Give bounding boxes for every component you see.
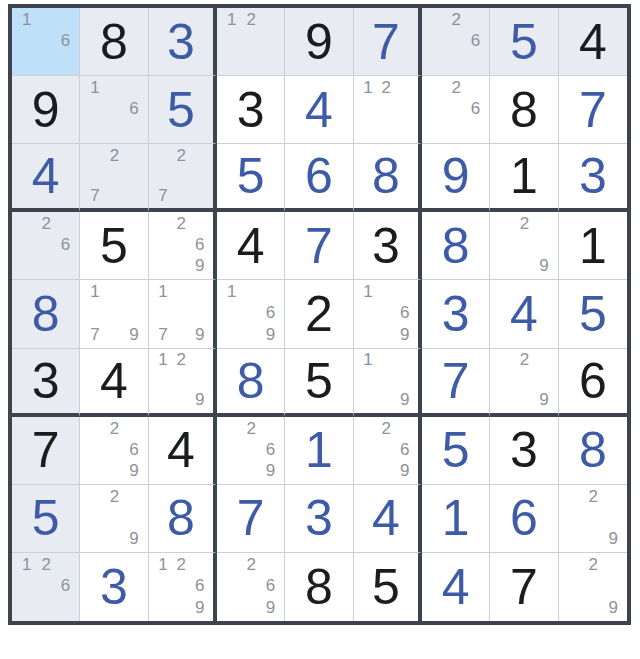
cell-r5c8[interactable]: 4 [490, 280, 558, 348]
cell-r8c6[interactable]: 4 [354, 485, 422, 553]
candidate-2: 2 [172, 145, 190, 165]
candidate-9: 9 [534, 255, 553, 276]
candidate-2: 2 [36, 554, 55, 575]
cell-r5c7[interactable]: 3 [422, 280, 490, 348]
candidate-6: 6 [396, 302, 414, 323]
cell-r5c9[interactable]: 5 [559, 280, 627, 348]
candidate-2: 2 [377, 418, 395, 439]
cell-r9c4[interactable]: 269 [217, 553, 285, 621]
candidate-1: 1 [359, 350, 377, 370]
cell-r3c8[interactable]: 1 [490, 144, 558, 212]
candidate-9: 9 [261, 597, 280, 618]
solved-digit: 8 [149, 485, 213, 552]
candidate-9: 9 [191, 390, 209, 410]
given-digit: 4 [559, 8, 627, 75]
given-digit: 4 [217, 212, 284, 279]
given-digit: 5 [354, 553, 418, 621]
cell-r4c8[interactable]: 29 [490, 212, 558, 280]
candidate-2: 2 [172, 554, 190, 575]
solved-digit: 4 [354, 485, 418, 552]
solved-digit: 8 [12, 280, 79, 347]
candidate-2: 2 [172, 213, 190, 234]
candidate-grid: 169 [359, 281, 414, 344]
solved-digit: 4 [12, 144, 79, 208]
cell-r4c2[interactable]: 5 [80, 212, 148, 280]
solved-digit: 8 [422, 212, 489, 279]
cell-r2c9[interactable]: 7 [559, 76, 627, 144]
cell-r8c1[interactable]: 5 [12, 485, 80, 553]
solved-digit: 1 [285, 417, 352, 484]
candidate-2: 2 [172, 350, 190, 370]
candidate-grid: 269 [359, 418, 414, 481]
solved-digit: 3 [80, 553, 147, 621]
cell-r6c7[interactable]: 7 [422, 349, 490, 417]
cell-r7c3[interactable]: 4 [149, 417, 217, 485]
candidate-1: 1 [359, 281, 377, 302]
candidate-6: 6 [396, 439, 414, 460]
solved-digit: 9 [422, 144, 489, 208]
candidate-2: 2 [583, 554, 603, 575]
cell-r9c6[interactable]: 5 [354, 553, 422, 621]
cell-r2c7[interactable]: 26 [422, 76, 490, 144]
candidate-grid: 126 [17, 554, 75, 618]
candidate-6: 6 [56, 234, 75, 255]
cell-r7c5[interactable]: 1 [285, 417, 353, 485]
candidate-1: 1 [154, 281, 172, 302]
solved-digit: 3 [559, 144, 627, 208]
cell-r2c6[interactable]: 12 [354, 76, 422, 144]
candidate-grid: 16 [17, 9, 75, 72]
cell-r4c1[interactable]: 26 [12, 212, 80, 280]
candidate-9: 9 [191, 597, 209, 618]
candidate-6: 6 [124, 439, 143, 460]
cell-r1c9[interactable]: 4 [559, 8, 627, 76]
candidate-2: 2 [515, 213, 534, 234]
candidate-7: 7 [154, 324, 172, 345]
candidate-6: 6 [261, 302, 280, 323]
solved-digit: 4 [422, 553, 489, 621]
candidate-2: 2 [583, 486, 603, 507]
candidate-grid: 269 [222, 418, 280, 481]
cell-r6c6[interactable]: 19 [354, 349, 422, 417]
cell-r6c2[interactable]: 4 [80, 349, 148, 417]
cell-r7c7[interactable]: 5 [422, 417, 490, 485]
cell-r6c8[interactable]: 29 [490, 349, 558, 417]
candidate-9: 9 [603, 597, 623, 618]
candidate-grid: 12 [359, 77, 414, 140]
candidate-1: 1 [17, 554, 36, 575]
cell-r6c4[interactable]: 8 [217, 349, 285, 417]
cell-r5c4[interactable]: 169 [217, 280, 285, 348]
cell-r4c9[interactable]: 1 [559, 212, 627, 280]
cell-r9c5[interactable]: 8 [285, 553, 353, 621]
candidate-grid: 29 [564, 486, 623, 549]
cell-r8c4[interactable]: 7 [217, 485, 285, 553]
candidate-grid: 19 [359, 350, 414, 410]
candidate-2: 2 [446, 9, 465, 30]
candidate-2: 2 [105, 145, 124, 165]
candidate-grid: 27 [85, 145, 143, 205]
solved-digit: 7 [422, 349, 489, 413]
cell-r1c1[interactable]: 16 [12, 8, 80, 76]
solved-digit: 8 [217, 349, 284, 413]
given-digit: 7 [12, 417, 79, 484]
candidate-grid: 16 [85, 77, 143, 140]
solved-digit: 7 [217, 485, 284, 552]
cell-r7c1[interactable]: 7 [12, 417, 80, 485]
candidate-1: 1 [85, 77, 104, 98]
candidate-2: 2 [446, 77, 465, 98]
given-digit: 1 [559, 212, 627, 279]
cell-r6c3[interactable]: 129 [149, 349, 217, 417]
candidate-1: 1 [359, 77, 377, 98]
cell-r4c3[interactable]: 269 [149, 212, 217, 280]
candidate-grid: 1269 [154, 554, 209, 618]
candidate-9: 9 [534, 390, 553, 410]
candidate-6: 6 [466, 98, 485, 119]
candidate-6: 6 [191, 234, 209, 255]
candidate-9: 9 [191, 255, 209, 276]
candidate-grid: 269 [154, 213, 209, 276]
candidate-grid: 27 [154, 145, 209, 205]
solved-digit: 5 [422, 417, 489, 484]
cell-r3c3[interactable]: 27 [149, 144, 217, 212]
candidate-grid: 169 [222, 281, 280, 344]
candidate-9: 9 [603, 528, 623, 549]
cell-r8c8[interactable]: 6 [490, 485, 558, 553]
given-digit: 3 [217, 76, 284, 143]
solved-digit: 8 [559, 417, 627, 484]
solved-digit: 1 [422, 485, 489, 552]
cell-r9c9[interactable]: 29 [559, 553, 627, 621]
cell-r2c1[interactable]: 9 [12, 76, 80, 144]
given-digit: 4 [149, 417, 213, 484]
given-digit: 8 [490, 76, 557, 143]
cell-r1c7[interactable]: 26 [422, 8, 490, 76]
cell-r5c3[interactable]: 179 [149, 280, 217, 348]
candidate-2: 2 [241, 418, 260, 439]
cell-r1c5[interactable]: 9 [285, 8, 353, 76]
given-digit: 8 [285, 553, 352, 621]
solved-digit: 7 [354, 8, 418, 75]
cell-r8c7[interactable]: 1 [422, 485, 490, 553]
candidate-grid: 29 [85, 486, 143, 549]
candidate-grid: 26 [427, 77, 485, 140]
candidate-9: 9 [396, 460, 414, 481]
given-digit: 3 [490, 417, 557, 484]
cell-r9c3[interactable]: 1269 [149, 553, 217, 621]
candidate-9: 9 [396, 390, 414, 410]
cell-r2c4[interactable]: 3 [217, 76, 285, 144]
cell-r7c9[interactable]: 8 [559, 417, 627, 485]
candidate-grid: 179 [85, 281, 143, 344]
candidate-9: 9 [261, 460, 280, 481]
given-digit: 5 [80, 212, 147, 279]
candidate-2: 2 [36, 213, 55, 234]
solved-digit: 3 [285, 485, 352, 552]
cell-r7c8[interactable]: 3 [490, 417, 558, 485]
cell-r6c5[interactable]: 5 [285, 349, 353, 417]
solved-digit: 7 [559, 76, 627, 143]
given-digit: 2 [285, 280, 352, 347]
cell-r5c5[interactable]: 2 [285, 280, 353, 348]
solved-digit: 6 [285, 144, 352, 208]
candidate-6: 6 [56, 30, 75, 51]
solved-digit: 5 [217, 144, 284, 208]
candidate-6: 6 [466, 30, 485, 51]
solved-digit: 4 [490, 280, 557, 347]
cell-r5c1[interactable]: 8 [12, 280, 80, 348]
candidate-1: 1 [154, 350, 172, 370]
candidate-1: 1 [222, 9, 241, 30]
cell-r4c4[interactable]: 4 [217, 212, 285, 280]
candidate-grid: 12 [222, 9, 280, 72]
cell-r2c2[interactable]: 16 [80, 76, 148, 144]
cell-r9c8[interactable]: 7 [490, 553, 558, 621]
cell-r4c7[interactable]: 8 [422, 212, 490, 280]
given-digit: 7 [490, 553, 557, 621]
candidate-2: 2 [105, 486, 124, 507]
given-digit: 8 [80, 8, 147, 75]
cell-r1c8[interactable]: 5 [490, 8, 558, 76]
candidate-grid: 29 [495, 350, 553, 410]
candidate-1: 1 [222, 281, 241, 302]
cell-r5c6[interactable]: 169 [354, 280, 422, 348]
cell-r8c9[interactable]: 29 [559, 485, 627, 553]
cell-r3c1[interactable]: 4 [12, 144, 80, 212]
cell-r3c4[interactable]: 5 [217, 144, 285, 212]
solved-digit: 8 [354, 144, 418, 208]
candidate-9: 9 [124, 528, 143, 549]
cell-r3c6[interactable]: 8 [354, 144, 422, 212]
cell-r9c7[interactable]: 4 [422, 553, 490, 621]
cell-r6c1[interactable]: 3 [12, 349, 80, 417]
solved-digit: 5 [490, 8, 557, 75]
candidate-7: 7 [85, 185, 104, 205]
cell-r4c5[interactable]: 7 [285, 212, 353, 280]
solved-digit: 5 [149, 76, 213, 143]
cell-r8c2[interactable]: 29 [80, 485, 148, 553]
candidate-grid: 269 [85, 418, 143, 481]
candidate-6: 6 [261, 575, 280, 596]
candidate-7: 7 [154, 185, 172, 205]
cell-r9c1[interactable]: 126 [12, 553, 80, 621]
candidate-1: 1 [154, 554, 172, 575]
cell-r5c2[interactable]: 179 [80, 280, 148, 348]
given-digit: 9 [285, 8, 352, 75]
solved-digit: 6 [490, 485, 557, 552]
candidate-grid: 29 [495, 213, 553, 276]
cell-r2c8[interactable]: 8 [490, 76, 558, 144]
given-digit: 4 [80, 349, 147, 413]
cell-r8c5[interactable]: 3 [285, 485, 353, 553]
candidate-9: 9 [396, 324, 414, 345]
candidate-grid: 269 [222, 554, 280, 618]
cell-r1c6[interactable]: 7 [354, 8, 422, 76]
candidate-6: 6 [261, 439, 280, 460]
candidate-1: 1 [85, 281, 104, 302]
solved-digit: 5 [12, 485, 79, 552]
given-digit: 5 [285, 349, 352, 413]
cell-r7c6[interactable]: 269 [354, 417, 422, 485]
cell-r1c2[interactable]: 8 [80, 8, 148, 76]
candidate-grid: 129 [154, 350, 209, 410]
candidate-grid: 179 [154, 281, 209, 344]
candidate-2: 2 [105, 418, 124, 439]
candidate-grid: 26 [17, 213, 75, 276]
given-digit: 1 [490, 144, 557, 208]
candidate-9: 9 [191, 324, 209, 345]
cell-r3c7[interactable]: 9 [422, 144, 490, 212]
solved-digit: 4 [285, 76, 352, 143]
cell-r3c2[interactable]: 27 [80, 144, 148, 212]
sudoku-board: 1683129726549165341226874272756891326526… [8, 4, 631, 625]
given-digit: 3 [12, 349, 79, 413]
cell-r4c6[interactable]: 3 [354, 212, 422, 280]
candidate-2: 2 [241, 9, 260, 30]
candidate-9: 9 [261, 324, 280, 345]
candidate-9: 9 [124, 460, 143, 481]
candidate-grid: 29 [564, 554, 623, 618]
candidate-1: 1 [17, 9, 36, 30]
cell-r7c4[interactable]: 269 [217, 417, 285, 485]
given-digit: 3 [354, 212, 418, 279]
candidate-grid: 26 [427, 9, 485, 72]
candidate-2: 2 [241, 554, 260, 575]
solved-digit: 5 [559, 280, 627, 347]
candidate-6: 6 [191, 575, 209, 596]
solved-digit: 7 [285, 212, 352, 279]
candidate-6: 6 [56, 575, 75, 596]
candidate-2: 2 [515, 350, 534, 370]
candidate-9: 9 [124, 324, 143, 345]
solved-digit: 3 [422, 280, 489, 347]
given-digit: 6 [559, 349, 627, 413]
cell-r3c5[interactable]: 6 [285, 144, 353, 212]
cell-r8c3[interactable]: 8 [149, 485, 217, 553]
cell-r7c2[interactable]: 269 [80, 417, 148, 485]
candidate-7: 7 [85, 324, 104, 345]
given-digit: 9 [12, 76, 79, 143]
candidate-6: 6 [124, 98, 143, 119]
candidate-2: 2 [377, 77, 395, 98]
cell-r6c9[interactable]: 6 [559, 349, 627, 417]
cell-r2c3[interactable]: 5 [149, 76, 217, 144]
cell-r1c3[interactable]: 3 [149, 8, 217, 76]
solved-digit: 3 [149, 8, 213, 75]
cell-r3c9[interactable]: 3 [559, 144, 627, 212]
cell-r2c5[interactable]: 4 [285, 76, 353, 144]
cell-r1c4[interactable]: 12 [217, 8, 285, 76]
cell-r9c2[interactable]: 3 [80, 553, 148, 621]
page: 1683129726549165341226874272756891326526… [0, 0, 640, 629]
